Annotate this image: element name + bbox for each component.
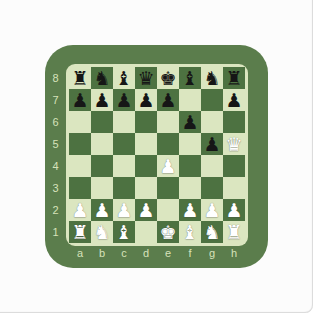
black-pawn-h7: ♟ — [225, 91, 242, 110]
black-pawn-g5: ♟ — [203, 135, 220, 154]
square-c4[interactable] — [113, 155, 135, 177]
square-d2[interactable]: ♟ — [135, 199, 157, 221]
square-h1[interactable]: ♜ — [223, 221, 245, 243]
square-b1[interactable]: ♞ — [91, 221, 113, 243]
file-label-h: h — [223, 244, 245, 262]
square-e2[interactable] — [157, 199, 179, 221]
file-label-f: f — [179, 244, 201, 262]
square-e6[interactable] — [157, 111, 179, 133]
square-h6[interactable] — [223, 111, 245, 133]
black-pawn-b7: ♟ — [93, 91, 110, 110]
file-labels: a b c d e f g h — [69, 244, 245, 262]
white-pawn-d2: ♟ — [137, 201, 154, 220]
black-bishop-f8: ♝ — [181, 69, 198, 88]
square-h8[interactable]: ♜ — [223, 67, 245, 89]
square-c8[interactable]: ♝ — [113, 67, 135, 89]
square-b2[interactable]: ♟ — [91, 199, 113, 221]
square-f8[interactable]: ♝ — [179, 67, 201, 89]
square-b3[interactable] — [91, 177, 113, 199]
square-c2[interactable]: ♟ — [113, 199, 135, 221]
square-e4[interactable]: ♟ — [157, 155, 179, 177]
square-b7[interactable]: ♟ — [91, 89, 113, 111]
white-king-e1: ♚ — [159, 223, 176, 242]
white-pawn-h2: ♟ — [225, 201, 242, 220]
black-pawn-c7: ♟ — [115, 91, 132, 110]
square-d7[interactable]: ♟ — [135, 89, 157, 111]
square-g8[interactable]: ♞ — [201, 67, 223, 89]
square-h3[interactable] — [223, 177, 245, 199]
white-bishop-c1: ♝ — [115, 223, 132, 242]
white-rook-h1: ♜ — [225, 223, 242, 242]
square-a1[interactable]: ♜ — [69, 221, 91, 243]
square-e3[interactable] — [157, 177, 179, 199]
rank-label-3: 3 — [45, 177, 66, 199]
square-h4[interactable] — [223, 155, 245, 177]
file-label-c: c — [113, 244, 135, 262]
square-a2[interactable]: ♟ — [69, 199, 91, 221]
white-queen-h5: ♛ — [225, 135, 242, 154]
rank-label-6: 6 — [45, 111, 66, 133]
white-rook-a1: ♜ — [71, 223, 88, 242]
black-bishop-c8: ♝ — [115, 69, 132, 88]
board-mat: 8 7 6 5 4 3 2 1 ♜♞♝♛♚♝♞♜♟♟♟♟♟♟♟♟♛♟♟♟♟♟♟♟… — [45, 45, 268, 268]
square-a6[interactable] — [69, 111, 91, 133]
white-pawn-e4: ♟ — [159, 157, 176, 176]
square-d1[interactable] — [135, 221, 157, 243]
rank-label-1: 1 — [45, 221, 66, 243]
black-pawn-a7: ♟ — [71, 91, 88, 110]
file-label-d: d — [135, 244, 157, 262]
square-f5[interactable] — [179, 133, 201, 155]
square-c3[interactable] — [113, 177, 135, 199]
black-rook-h8: ♜ — [225, 69, 242, 88]
square-a7[interactable]: ♟ — [69, 89, 91, 111]
square-g6[interactable] — [201, 111, 223, 133]
rank-label-2: 2 — [45, 199, 66, 221]
square-d8[interactable]: ♛ — [135, 67, 157, 89]
square-d4[interactable] — [135, 155, 157, 177]
black-knight-g8: ♞ — [203, 69, 220, 88]
rank-label-8: 8 — [45, 67, 66, 89]
square-c1[interactable]: ♝ — [113, 221, 135, 243]
square-f6[interactable]: ♟ — [179, 111, 201, 133]
rank-label-4: 4 — [45, 155, 66, 177]
chess-board: ♜♞♝♛♚♝♞♜♟♟♟♟♟♟♟♟♛♟♟♟♟♟♟♟♟♜♞♝♚♝♞♜ — [69, 67, 245, 243]
square-d5[interactable] — [135, 133, 157, 155]
rank-label-5: 5 — [45, 133, 66, 155]
square-e8[interactable]: ♚ — [157, 67, 179, 89]
black-knight-b8: ♞ — [93, 69, 110, 88]
square-a3[interactable] — [69, 177, 91, 199]
square-a4[interactable] — [69, 155, 91, 177]
square-g2[interactable]: ♟ — [201, 199, 223, 221]
white-bishop-f1: ♝ — [181, 223, 198, 242]
rank-labels: 8 7 6 5 4 3 2 1 — [45, 67, 66, 243]
file-label-e: e — [157, 244, 179, 262]
square-c5[interactable] — [113, 133, 135, 155]
square-e1[interactable]: ♚ — [157, 221, 179, 243]
file-label-g: g — [201, 244, 223, 262]
file-label-b: b — [91, 244, 113, 262]
white-pawn-a2: ♟ — [71, 201, 88, 220]
white-pawn-b2: ♟ — [93, 201, 110, 220]
square-d6[interactable] — [135, 111, 157, 133]
square-h5[interactable]: ♛ — [223, 133, 245, 155]
black-pawn-e7: ♟ — [159, 91, 176, 110]
square-d3[interactable] — [135, 177, 157, 199]
rank-label-7: 7 — [45, 89, 66, 111]
board-frame: ♜♞♝♛♚♝♞♜♟♟♟♟♟♟♟♟♛♟♟♟♟♟♟♟♟♜♞♝♚♝♞♜ — [66, 64, 248, 246]
square-c6[interactable] — [113, 111, 135, 133]
square-f1[interactable]: ♝ — [179, 221, 201, 243]
square-b5[interactable] — [91, 133, 113, 155]
black-pawn-d7: ♟ — [137, 91, 154, 110]
square-g7[interactable] — [201, 89, 223, 111]
black-rook-a8: ♜ — [71, 69, 88, 88]
square-g3[interactable] — [201, 177, 223, 199]
file-label-a: a — [69, 244, 91, 262]
white-pawn-g2: ♟ — [203, 201, 220, 220]
square-g5[interactable]: ♟ — [201, 133, 223, 155]
square-f4[interactable] — [179, 155, 201, 177]
square-f2[interactable]: ♟ — [179, 199, 201, 221]
black-king-e8: ♚ — [159, 69, 176, 88]
white-knight-g1: ♞ — [203, 223, 220, 242]
white-pawn-c2: ♟ — [115, 201, 132, 220]
square-a5[interactable] — [69, 133, 91, 155]
black-pawn-f6: ♟ — [181, 113, 198, 132]
square-c7[interactable]: ♟ — [113, 89, 135, 111]
square-f3[interactable] — [179, 177, 201, 199]
square-a8[interactable]: ♜ — [69, 67, 91, 89]
white-knight-b1: ♞ — [93, 223, 110, 242]
poster-page: 8 7 6 5 4 3 2 1 ♜♞♝♛♚♝♞♜♟♟♟♟♟♟♟♟♛♟♟♟♟♟♟♟… — [0, 0, 313, 313]
square-b4[interactable] — [91, 155, 113, 177]
square-b8[interactable]: ♞ — [91, 67, 113, 89]
square-b6[interactable] — [91, 111, 113, 133]
square-e7[interactable]: ♟ — [157, 89, 179, 111]
square-h2[interactable]: ♟ — [223, 199, 245, 221]
square-f7[interactable] — [179, 89, 201, 111]
white-pawn-f2: ♟ — [181, 201, 198, 220]
black-queen-d8: ♛ — [137, 69, 154, 88]
square-g4[interactable] — [201, 155, 223, 177]
square-g1[interactable]: ♞ — [201, 221, 223, 243]
square-h7[interactable]: ♟ — [223, 89, 245, 111]
square-e5[interactable] — [157, 133, 179, 155]
